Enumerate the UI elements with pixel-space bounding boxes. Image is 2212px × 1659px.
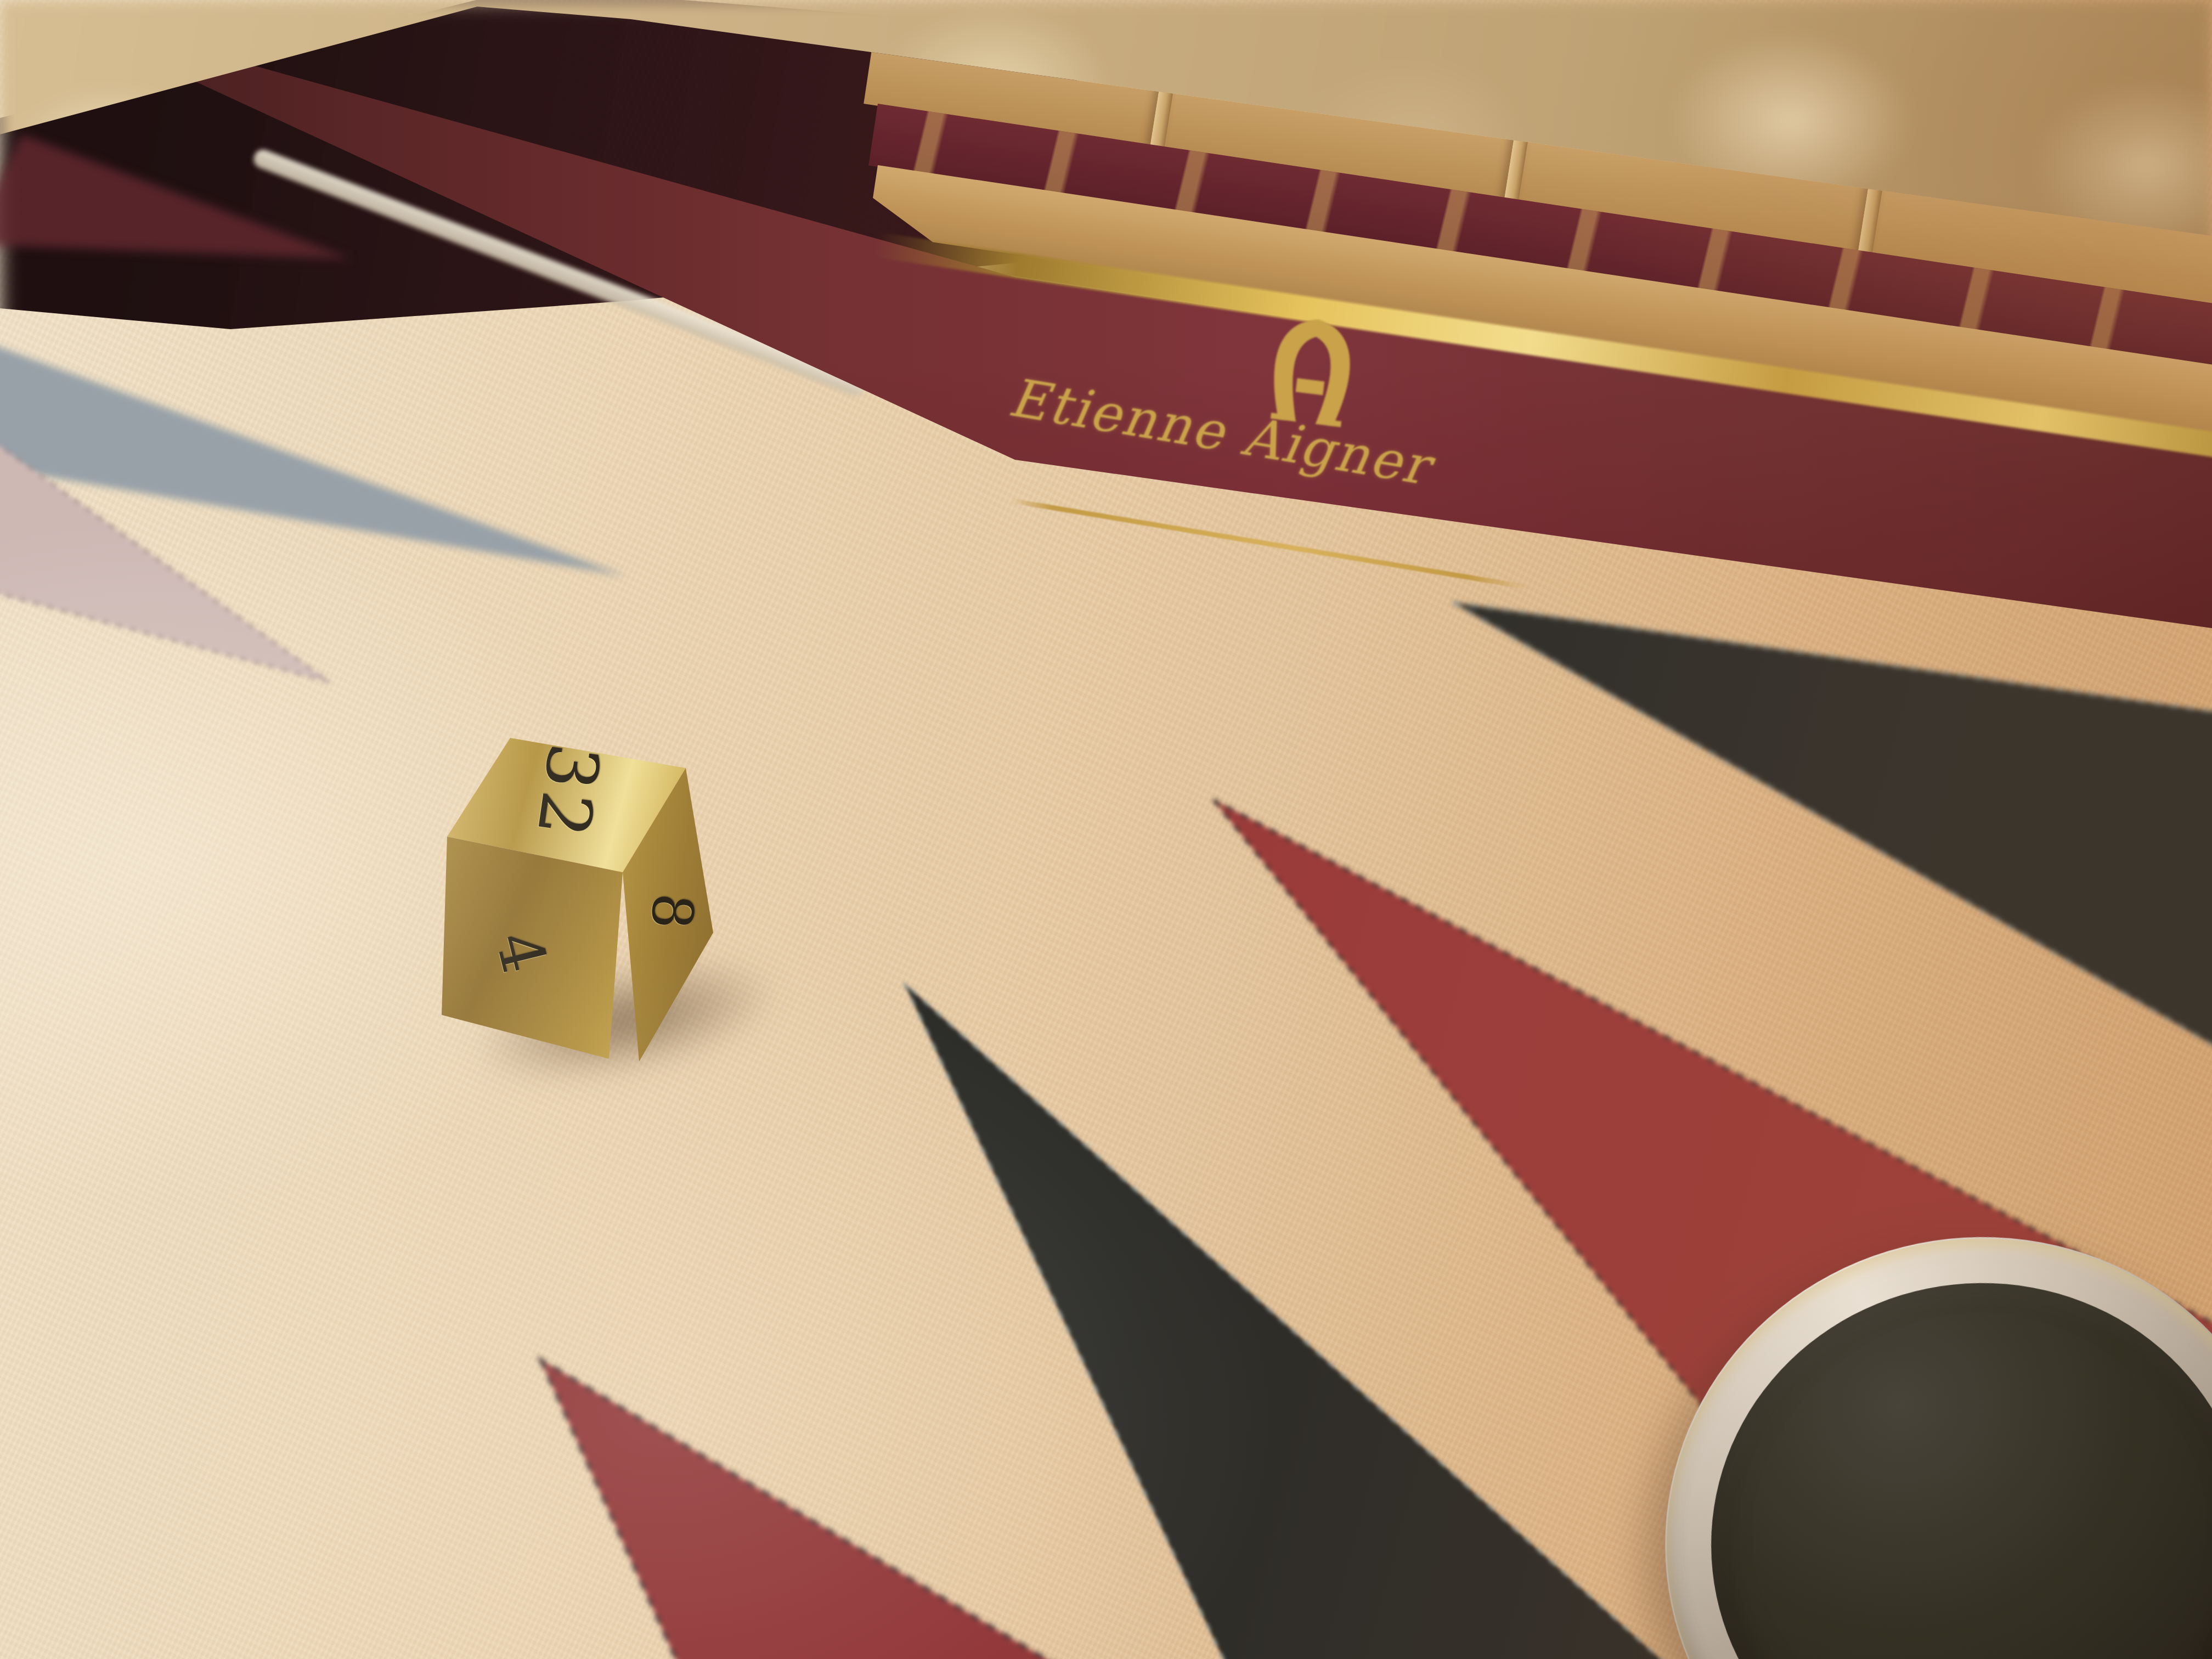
backgammon-photo: Etienne Aigner 32 4 8 <box>0 0 2212 1659</box>
cube-value-32: 32 <box>523 714 613 870</box>
doubling-cube[interactable]: 32 4 8 <box>428 719 724 1081</box>
cube-value-4: 4 <box>478 891 564 1013</box>
point[interactable] <box>0 134 351 259</box>
cube-value-8: 8 <box>641 863 703 960</box>
